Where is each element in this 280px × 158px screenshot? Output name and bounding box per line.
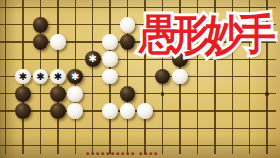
white-stone — [50, 34, 66, 50]
board-cell[interactable] — [241, 68, 258, 85]
board-cell[interactable] — [206, 85, 223, 102]
white-stone — [67, 86, 83, 102]
board-cell[interactable] — [136, 120, 153, 137]
board-cell[interactable] — [14, 120, 31, 137]
board-cell[interactable] — [224, 68, 241, 85]
board-cell[interactable] — [0, 102, 14, 119]
board-cell[interactable] — [14, 51, 31, 68]
board-cell[interactable] — [49, 137, 66, 154]
board-cell[interactable] — [84, 85, 101, 102]
white-stone — [172, 69, 188, 85]
board-cell[interactable] — [101, 85, 118, 102]
black-stone — [50, 103, 66, 119]
white-stone: ✱ — [15, 69, 31, 85]
board-cell[interactable] — [171, 102, 188, 119]
board-cell[interactable] — [32, 120, 49, 137]
board-cell[interactable] — [0, 16, 14, 33]
board-cell[interactable] — [101, 51, 118, 68]
board-cell[interactable] — [0, 137, 14, 154]
title-overlay: 愚形妙手 愚形妙手 — [139, 6, 280, 64]
board-cell[interactable] — [171, 120, 188, 137]
star-mark-icon: ✱ — [54, 72, 62, 82]
board-cell[interactable] — [32, 85, 49, 102]
board-cell[interactable] — [0, 33, 14, 50]
star-mark-icon: ✱ — [36, 72, 44, 82]
white-stone — [102, 103, 118, 119]
board-cell[interactable] — [67, 51, 84, 68]
white-stone — [137, 103, 153, 119]
bottom-caption: ▪▪▪▪▪▪▪▪▪▪ ▪▪▪▪ — [86, 150, 159, 156]
board-cell[interactable] — [0, 85, 14, 102]
board-cell[interactable] — [49, 102, 66, 119]
white-stone — [120, 17, 136, 33]
board-cell[interactable] — [258, 137, 275, 154]
board-cell[interactable] — [206, 120, 223, 137]
white-stone — [67, 103, 83, 119]
white-stone: ✱ — [50, 69, 66, 85]
board-cell[interactable] — [119, 85, 136, 102]
board-cell[interactable] — [84, 16, 101, 33]
board-cell[interactable] — [241, 85, 258, 102]
black-stone — [15, 103, 31, 119]
board-cell[interactable] — [67, 16, 84, 33]
board-cell[interactable] — [101, 120, 118, 137]
board-cell[interactable] — [32, 137, 49, 154]
hoshi-dot — [161, 92, 164, 95]
board-cell[interactable] — [84, 120, 101, 137]
hoshi-dot — [265, 92, 268, 95]
board-cell[interactable] — [0, 120, 14, 137]
board-cell[interactable] — [14, 0, 31, 16]
board-cell[interactable] — [119, 0, 136, 16]
board-cell[interactable] — [49, 85, 66, 102]
board-cell[interactable] — [14, 137, 31, 154]
board-cell[interactable] — [224, 120, 241, 137]
board-cell[interactable] — [258, 68, 275, 85]
board-cell[interactable] — [14, 102, 31, 119]
star-mark-icon: ✱ — [71, 72, 79, 82]
board-cell[interactable] — [32, 0, 49, 16]
board-cell[interactable] — [119, 102, 136, 119]
board-cell[interactable] — [49, 0, 66, 16]
board-cell[interactable] — [119, 33, 136, 50]
board-cell[interactable] — [189, 68, 206, 85]
board-cell[interactable] — [258, 120, 275, 137]
board-cell[interactable] — [84, 33, 101, 50]
black-stone: ✱ — [85, 51, 101, 67]
board-cell[interactable] — [136, 85, 153, 102]
board-cell[interactable] — [32, 33, 49, 50]
board-cell[interactable] — [119, 68, 136, 85]
board-cell[interactable] — [67, 33, 84, 50]
white-stone — [102, 69, 118, 85]
board-cell[interactable] — [49, 51, 66, 68]
black-stone — [50, 86, 66, 102]
board-cell[interactable] — [241, 137, 258, 154]
board-cell[interactable] — [14, 16, 31, 33]
board-cell[interactable] — [101, 0, 118, 16]
board-cell[interactable] — [14, 85, 31, 102]
white-stone: ✱ — [33, 69, 49, 85]
board-cell[interactable] — [101, 102, 118, 119]
board-cell[interactable]: ✱ — [14, 68, 31, 85]
board-cell[interactable]: ✱ — [67, 68, 84, 85]
board-cell[interactable] — [206, 68, 223, 85]
black-stone — [15, 86, 31, 102]
board-cell[interactable] — [32, 102, 49, 119]
board-cell[interactable] — [101, 68, 118, 85]
board-cell[interactable] — [67, 137, 84, 154]
board-cell[interactable] — [101, 33, 118, 50]
black-stone — [33, 17, 49, 33]
board-cell[interactable] — [206, 102, 223, 119]
board-cell[interactable] — [154, 120, 171, 137]
black-stone — [33, 34, 49, 50]
black-stone — [120, 86, 136, 102]
white-stone — [120, 103, 136, 119]
board-cell[interactable] — [189, 120, 206, 137]
board-cell[interactable]: ✱ — [84, 51, 101, 68]
board-cell[interactable] — [224, 102, 241, 119]
board-cell[interactable] — [171, 68, 188, 85]
board-cell[interactable] — [154, 85, 171, 102]
white-stone — [102, 51, 118, 67]
board-cell[interactable] — [32, 16, 49, 33]
board-cell[interactable] — [49, 16, 66, 33]
board-cell[interactable] — [241, 120, 258, 137]
board-cell[interactable] — [84, 68, 101, 85]
board-cell[interactable] — [206, 137, 223, 154]
board-cell[interactable] — [84, 0, 101, 16]
board-cell[interactable]: ✱ — [32, 68, 49, 85]
black-stone: ✱ — [67, 69, 83, 85]
board-cell[interactable] — [119, 16, 136, 33]
star-mark-icon: ✱ — [19, 72, 27, 82]
board-cell[interactable] — [49, 33, 66, 50]
title-fill-text: 愚形妙手 — [139, 6, 271, 63]
board-cell[interactable] — [0, 0, 14, 16]
board-cell[interactable] — [14, 33, 31, 50]
board-cell[interactable] — [224, 137, 241, 154]
board-cell[interactable] — [119, 51, 136, 68]
board-cell[interactable] — [67, 85, 84, 102]
board-cell[interactable] — [101, 16, 118, 33]
board-cell[interactable]: ✱ — [49, 68, 66, 85]
board-cell[interactable] — [224, 85, 241, 102]
board-cell[interactable] — [0, 51, 14, 68]
board-cell[interactable] — [32, 51, 49, 68]
board-cell[interactable] — [258, 102, 275, 119]
board-cell[interactable] — [171, 137, 188, 154]
board-cell[interactable] — [189, 85, 206, 102]
board-cell[interactable] — [84, 102, 101, 119]
board-cell[interactable] — [0, 68, 14, 85]
board-cell[interactable] — [67, 120, 84, 137]
black-stone — [120, 34, 136, 50]
board-cell[interactable] — [189, 137, 206, 154]
white-stone — [102, 34, 118, 50]
go-thumbnail: ✱✱✱✱✱ 愚形妙手 愚形妙手 ▪▪▪▪▪▪▪▪▪▪ ▪▪▪▪ — [0, 0, 280, 158]
board-cell[interactable] — [67, 0, 84, 16]
board-cell[interactable] — [241, 102, 258, 119]
board-cell[interactable] — [189, 102, 206, 119]
board-cell[interactable] — [136, 102, 153, 119]
board-cell[interactable] — [119, 120, 136, 137]
board-cell[interactable] — [49, 120, 66, 137]
star-mark-icon: ✱ — [89, 54, 97, 64]
board-cell[interactable] — [154, 102, 171, 119]
board-cell[interactable] — [154, 68, 171, 85]
black-stone — [155, 69, 171, 85]
board-cell[interactable] — [136, 68, 153, 85]
board-cell[interactable] — [258, 85, 275, 102]
board-cell[interactable] — [171, 85, 188, 102]
board-cell[interactable] — [67, 102, 84, 119]
